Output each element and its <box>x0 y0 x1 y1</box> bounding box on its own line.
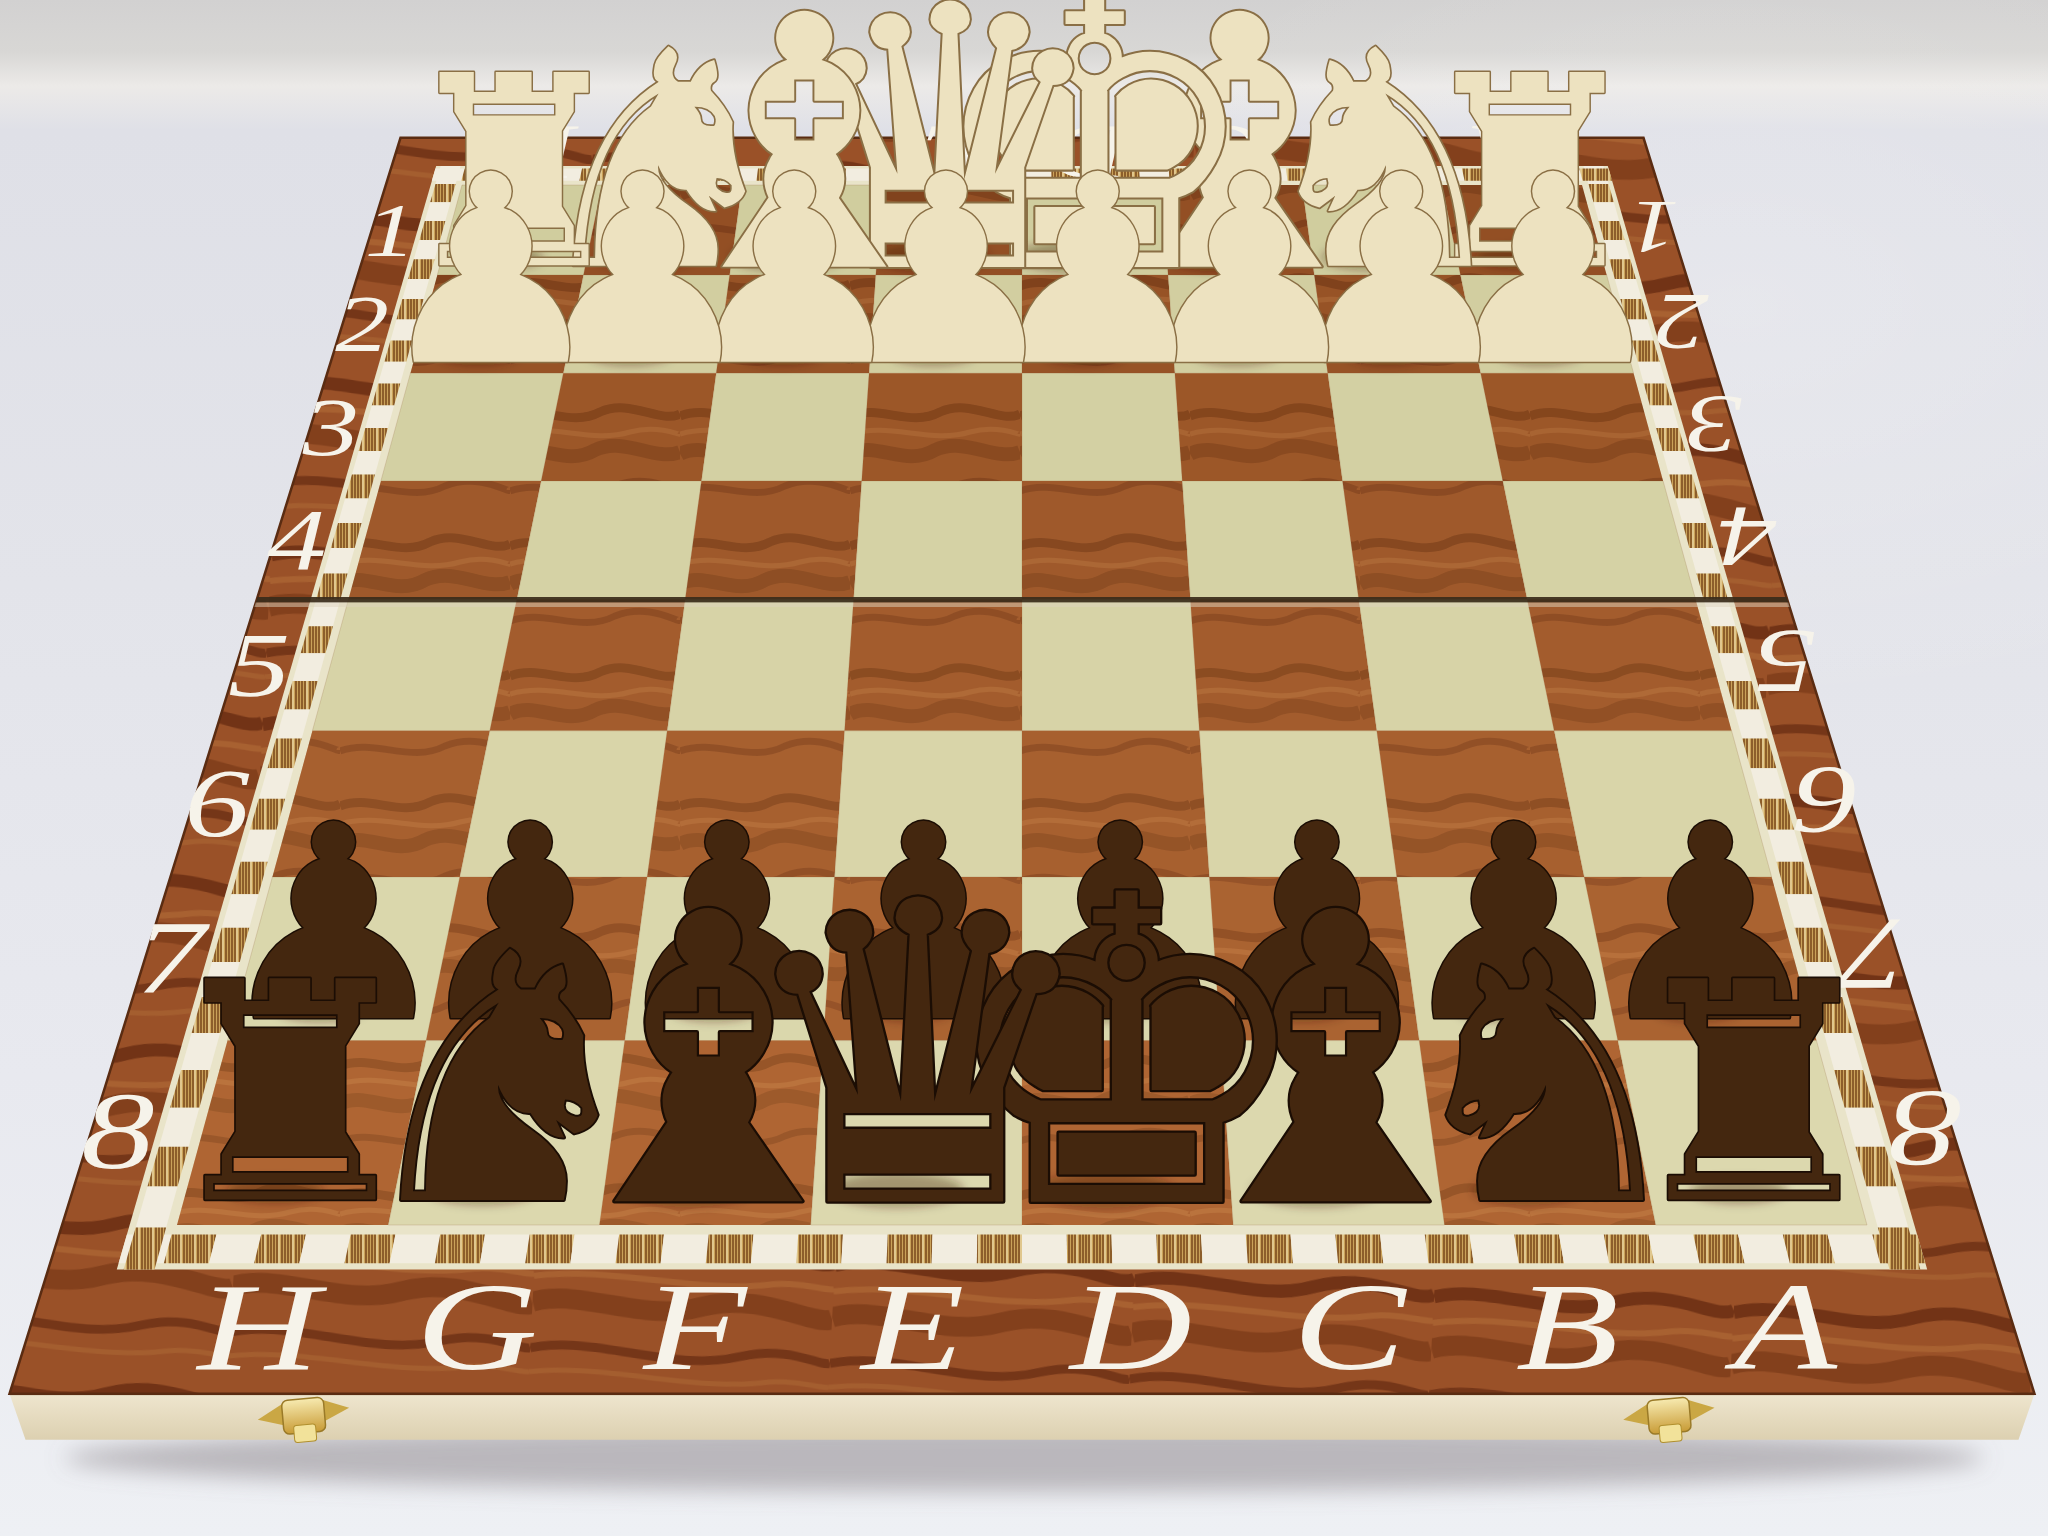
square-c5 <box>1190 600 1376 731</box>
square-d5 <box>1022 600 1199 731</box>
rank-label-right-5: 5 <box>1754 611 1816 714</box>
square-h5 <box>312 600 516 731</box>
rank-label-right-3: 3 <box>1685 379 1742 471</box>
square-f4 <box>685 481 862 600</box>
square-h4 <box>348 481 541 600</box>
rank-label-right-8: 8 <box>1889 1068 1963 1189</box>
square-b5 <box>1359 600 1554 731</box>
square-e5 <box>845 600 1022 731</box>
square-g4 <box>517 481 702 600</box>
chess-set-photo: Photograph of a folding wooden chess box… <box>0 0 2048 1536</box>
square-g5 <box>490 600 685 731</box>
rank-label-left-8: 8 <box>81 1071 155 1192</box>
file-label-bottom-A: A <box>1724 1258 1839 1396</box>
rank-label-left-3: 3 <box>302 381 359 473</box>
square-b4 <box>1343 481 1528 600</box>
rank-label-left-5: 5 <box>228 613 290 716</box>
square-f5 <box>667 600 853 731</box>
square-a5 <box>1527 600 1731 731</box>
square-e4 <box>854 481 1022 600</box>
fold-seam <box>256 597 1788 602</box>
piece-white-pawn-h2: ♟ <box>374 119 608 424</box>
rank-label-left-4: 4 <box>267 491 326 588</box>
chess-board: HGFEDCBAHGFEDCBA1234567812345678♜♞♝♚♛♝♞♜… <box>0 0 2048 1536</box>
square-d4 <box>1022 481 1190 600</box>
file-label-bottom-H: H <box>195 1258 328 1396</box>
square-c4 <box>1182 481 1359 600</box>
piece-black-rook-h8: ♜ <box>154 918 426 1270</box>
square-a4 <box>1503 481 1696 600</box>
rank-label-right-4: 4 <box>1718 490 1777 587</box>
